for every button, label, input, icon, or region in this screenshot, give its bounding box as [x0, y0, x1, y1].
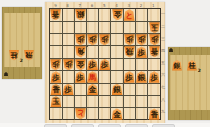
- piece-gote-桂: 桂: [9, 50, 19, 61]
- square-7-4[interactable]: 角: [75, 46, 87, 58]
- square-2-3[interactable]: 歩: [136, 34, 148, 46]
- piece-gote-香[interactable]: 香: [149, 46, 160, 57]
- hand-count: 2: [20, 58, 23, 63]
- square-9-6[interactable]: 歩: [50, 71, 62, 83]
- square-3-7[interactable]: [124, 84, 136, 96]
- square-8-4[interactable]: [63, 46, 75, 58]
- file-label-6: 6: [86, 3, 98, 8]
- square-9-3[interactable]: [50, 34, 62, 46]
- square-7-7[interactable]: [75, 84, 87, 96]
- square-1-6[interactable]: 歩: [148, 71, 160, 83]
- piece-gote-歩[interactable]: 歩: [50, 59, 61, 70]
- square-5-8[interactable]: [99, 96, 111, 108]
- square-7-3[interactable]: 歩: [75, 34, 87, 46]
- square-4-9[interactable]: 金: [111, 108, 123, 119]
- nav-button-4[interactable]: [125, 124, 148, 127]
- square-1-7[interactable]: [148, 84, 160, 96]
- square-6-2[interactable]: [87, 22, 99, 34]
- square-9-7[interactable]: 香: [50, 84, 62, 96]
- file-label-7: 7: [74, 3, 86, 8]
- nav-button-1[interactable]: [44, 124, 67, 127]
- square-3-9[interactable]: [124, 108, 136, 119]
- square-8-9[interactable]: [63, 108, 75, 119]
- square-4-8[interactable]: [111, 96, 123, 108]
- square-8-7[interactable]: 歩: [63, 84, 75, 96]
- piece-sente-金[interactable]: 金: [87, 84, 98, 95]
- board-grid: 香銀金と玉歩歩歩歩歩歩角飛歩香歩歩金歩歩歩歩馬歩銀歩香歩金銀玉と金香: [49, 8, 161, 120]
- square-2-2[interactable]: [136, 22, 148, 34]
- square-7-2[interactable]: [75, 22, 87, 34]
- square-9-1[interactable]: 香: [50, 9, 62, 21]
- square-6-6[interactable]: 馬: [87, 71, 99, 83]
- piece-sente-歩[interactable]: 歩: [124, 71, 135, 82]
- square-8-2[interactable]: [63, 22, 75, 34]
- komadai-gote: 桂2飛: [2, 7, 42, 79]
- piece-sente-と[interactable]: と: [124, 9, 135, 20]
- square-8-5[interactable]: 歩: [63, 59, 75, 71]
- nav-button-3[interactable]: [98, 124, 121, 127]
- square-6-8[interactable]: [87, 96, 99, 108]
- square-5-9[interactable]: [99, 108, 111, 119]
- shogi-app: 桂2飛 987654321 一二三四五六七八九 香銀金と玉歩歩歩歩歩歩角飛歩香歩…: [0, 0, 210, 127]
- komadai-sente: 銀桂2: [168, 47, 210, 120]
- piece-sente-銀: 銀: [172, 60, 182, 71]
- file-labels: 987654321: [49, 3, 159, 8]
- piece-gote-歩[interactable]: 歩: [63, 59, 74, 70]
- square-7-9[interactable]: と: [75, 108, 87, 119]
- square-1-5[interactable]: [148, 59, 160, 71]
- piece-sente-桂: 桂: [187, 60, 197, 71]
- piece-sente-玉[interactable]: 玉: [50, 96, 61, 107]
- piece-gote-歩[interactable]: 歩: [99, 34, 110, 45]
- square-9-2[interactable]: [50, 22, 62, 34]
- hand-count: 2: [198, 68, 201, 73]
- square-1-8[interactable]: [148, 96, 160, 108]
- square-5-7[interactable]: [99, 84, 111, 96]
- file-label-4: 4: [110, 3, 122, 8]
- square-9-4[interactable]: [50, 46, 62, 58]
- square-6-1[interactable]: [87, 9, 99, 21]
- square-6-3[interactable]: 歩: [87, 34, 99, 46]
- square-2-5[interactable]: [136, 59, 148, 71]
- hand-piece-gote-桂[interactable]: 桂2: [9, 50, 19, 61]
- square-6-4[interactable]: [87, 46, 99, 58]
- file-label-5: 5: [98, 3, 110, 8]
- square-3-3[interactable]: 歩: [124, 34, 136, 46]
- piece-sente-香[interactable]: 香: [149, 108, 160, 119]
- square-2-6[interactable]: 銀: [136, 71, 148, 83]
- piece-sente-歩[interactable]: 歩: [149, 71, 160, 82]
- square-2-7[interactable]: [136, 84, 148, 96]
- square-2-9[interactable]: [136, 108, 148, 119]
- square-3-2[interactable]: [124, 22, 136, 34]
- piece-gote-銀[interactable]: 銀: [75, 9, 86, 20]
- hand-piece-gote-飛[interactable]: 飛: [24, 50, 34, 61]
- piece-sente-歩[interactable]: 歩: [75, 71, 86, 82]
- nav-button-5[interactable]: [152, 124, 175, 127]
- nav-button-2[interactable]: [71, 124, 94, 127]
- square-5-4[interactable]: [99, 46, 111, 58]
- square-7-6[interactable]: 歩: [75, 71, 87, 83]
- piece-sente-歩[interactable]: 歩: [99, 59, 110, 70]
- square-3-5[interactable]: [124, 59, 136, 71]
- piece-gote-飛: 飛: [24, 50, 34, 61]
- piece-sente-金[interactable]: 金: [112, 108, 123, 119]
- square-7-8[interactable]: [75, 96, 87, 108]
- file-label-1: 1: [147, 3, 159, 8]
- square-4-7[interactable]: 銀: [111, 84, 123, 96]
- file-label-8: 8: [62, 3, 74, 8]
- piece-sente-歩[interactable]: 歩: [136, 46, 147, 57]
- hand-piece-sente-桂[interactable]: 桂2: [187, 60, 197, 71]
- piece-sente-歩[interactable]: 歩: [63, 84, 74, 95]
- square-6-9[interactable]: [87, 108, 99, 119]
- square-4-3[interactable]: [111, 34, 123, 46]
- square-6-7[interactable]: 金: [87, 84, 99, 96]
- kifu-toolbar: [0, 123, 210, 127]
- square-8-6[interactable]: [63, 71, 75, 83]
- square-5-2[interactable]: [99, 22, 111, 34]
- file-label-2: 2: [135, 3, 147, 8]
- square-9-5[interactable]: 歩: [50, 59, 62, 71]
- square-1-1[interactable]: [148, 9, 160, 21]
- piece-sente-歩[interactable]: 歩: [87, 59, 98, 70]
- piece-gote-歩[interactable]: 歩: [87, 34, 98, 45]
- piece-gote-金[interactable]: 金: [75, 59, 86, 70]
- square-8-1[interactable]: [63, 9, 75, 21]
- square-1-4[interactable]: 香: [148, 46, 160, 58]
- file-label-3: 3: [123, 3, 135, 8]
- square-8-3[interactable]: [63, 34, 75, 46]
- piece-gote-歩[interactable]: 歩: [149, 34, 160, 45]
- square-5-3[interactable]: 歩: [99, 34, 111, 46]
- square-7-1[interactable]: 銀: [75, 9, 87, 21]
- square-7-5[interactable]: 金: [75, 59, 87, 71]
- file-label-9: 9: [49, 3, 61, 8]
- square-4-6[interactable]: [111, 71, 123, 83]
- square-4-5[interactable]: [111, 59, 123, 71]
- gote-indicator-icon: [4, 72, 8, 76]
- square-1-3[interactable]: 歩: [148, 34, 160, 46]
- piece-sente-香[interactable]: 香: [50, 84, 61, 95]
- square-8-8[interactable]: [63, 96, 75, 108]
- hand-piece-sente-銀[interactable]: 銀: [172, 60, 182, 71]
- gote-hand: 桂2飛: [9, 50, 34, 61]
- square-4-2[interactable]: [111, 22, 123, 34]
- square-2-4[interactable]: 歩: [136, 46, 148, 58]
- square-4-4[interactable]: [111, 46, 123, 58]
- sente-indicator-icon: [169, 48, 173, 52]
- square-2-8[interactable]: [136, 96, 148, 108]
- square-5-6[interactable]: [99, 71, 111, 83]
- piece-gote-歩[interactable]: 歩: [124, 34, 135, 45]
- square-6-5[interactable]: 歩: [87, 59, 99, 71]
- shogi-board: 987654321 一二三四五六七八九 香銀金と玉歩歩歩歩歩歩角飛歩香歩歩金歩歩…: [45, 2, 165, 123]
- square-3-8[interactable]: [124, 96, 136, 108]
- piece-gote-玉[interactable]: 玉: [149, 22, 160, 33]
- square-3-4[interactable]: 飛: [124, 46, 136, 58]
- piece-sente-銀[interactable]: 銀: [112, 84, 123, 95]
- square-4-1[interactable]: 金: [111, 9, 123, 21]
- square-2-1[interactable]: [136, 9, 148, 21]
- piece-gote-飛[interactable]: 飛: [124, 46, 135, 57]
- piece-sente-銀[interactable]: 銀: [136, 71, 147, 82]
- square-3-1[interactable]: と: [124, 9, 136, 21]
- piece-gote-歩[interactable]: 歩: [136, 34, 147, 45]
- piece-gote-歩[interactable]: 歩: [75, 34, 86, 45]
- piece-gote-と[interactable]: と: [75, 108, 86, 119]
- piece-gote-香[interactable]: 香: [50, 9, 61, 20]
- square-9-9[interactable]: [50, 108, 62, 119]
- square-5-5[interactable]: 歩: [99, 59, 111, 71]
- piece-sente-馬[interactable]: 馬: [87, 71, 98, 82]
- square-9-8[interactable]: 玉: [50, 96, 62, 108]
- square-3-6[interactable]: 歩: [124, 71, 136, 83]
- sente-hand: 銀桂2: [172, 60, 197, 71]
- square-5-1[interactable]: [99, 9, 111, 21]
- piece-gote-金[interactable]: 金: [112, 9, 123, 20]
- piece-sente-歩[interactable]: 歩: [50, 71, 61, 82]
- square-1-9[interactable]: 香: [148, 108, 160, 119]
- piece-gote-角[interactable]: 角: [75, 46, 86, 57]
- square-1-2[interactable]: 玉: [148, 22, 160, 34]
